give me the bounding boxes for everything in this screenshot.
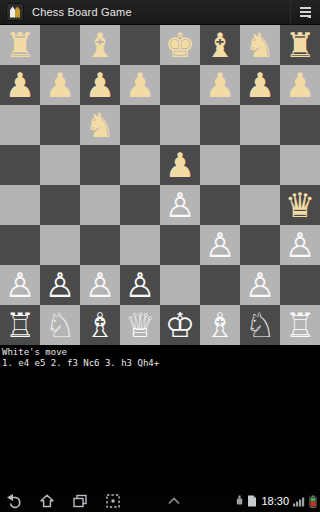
- square-a6[interactable]: [0, 105, 40, 145]
- title-bar: Chess Board Game: [0, 0, 320, 25]
- piece-black-king: ♚: [165, 25, 195, 65]
- chevron-up-icon: [166, 493, 182, 509]
- square-d3[interactable]: [120, 225, 160, 265]
- overflow-menu-button[interactable]: [290, 0, 320, 25]
- square-c3[interactable]: [80, 225, 120, 265]
- move-log: White's move 1. e4 e5 2. f3 Nc6 3. h3 Qh…: [0, 345, 320, 372]
- piece-black-bishop: ♝: [85, 25, 115, 65]
- square-a7[interactable]: ♟: [0, 65, 40, 105]
- square-e1[interactable]: ♔: [160, 305, 200, 345]
- square-a2[interactable]: ♙: [0, 265, 40, 305]
- storage-icon: [247, 495, 257, 507]
- piece-black-pawn: ♟: [285, 65, 315, 105]
- chess-board: ♜♝♚♝♞♜♟♟♟♟♟♟♟♞♟♙♛♙♙♙♙♙♙♙♖♘♗♕♔♗♘♖: [0, 25, 320, 345]
- square-d7[interactable]: ♟: [120, 65, 160, 105]
- square-h8[interactable]: ♜: [280, 25, 320, 65]
- keyboard-hide-button[interactable]: [166, 493, 182, 509]
- recents-button[interactable]: [72, 493, 88, 509]
- square-c2[interactable]: ♙: [80, 265, 120, 305]
- square-c1[interactable]: ♗: [80, 305, 120, 345]
- square-b4[interactable]: [40, 185, 80, 225]
- square-f8[interactable]: ♝: [200, 25, 240, 65]
- overflow-list-icon: [298, 4, 314, 20]
- piece-white-bishop: ♗: [205, 305, 235, 345]
- piece-black-pawn: ♟: [85, 65, 115, 105]
- square-a1[interactable]: ♖: [0, 305, 40, 345]
- signal-bars-icon: [293, 495, 305, 507]
- square-b7[interactable]: ♟: [40, 65, 80, 105]
- square-c5[interactable]: [80, 145, 120, 185]
- piece-white-pawn: ♙: [205, 225, 235, 265]
- piece-black-knight: ♞: [245, 25, 275, 65]
- background-filler: [0, 372, 320, 490]
- square-e2[interactable]: [160, 265, 200, 305]
- piece-white-pawn: ♙: [45, 265, 75, 305]
- square-f2[interactable]: [200, 265, 240, 305]
- piece-white-pawn: ♙: [85, 265, 115, 305]
- square-g7[interactable]: ♟: [240, 65, 280, 105]
- piece-white-bishop: ♗: [85, 305, 115, 345]
- square-f6[interactable]: [200, 105, 240, 145]
- status-icon-cluster: 18:30: [236, 490, 317, 512]
- piece-white-pawn: ♙: [125, 265, 155, 305]
- turn-indicator: White's move: [2, 347, 320, 358]
- square-f1[interactable]: ♗: [200, 305, 240, 345]
- back-button[interactable]: [6, 493, 22, 509]
- piece-black-pawn: ♟: [125, 65, 155, 105]
- square-a3[interactable]: [0, 225, 40, 265]
- square-e6[interactable]: [160, 105, 200, 145]
- battery-icon: [309, 495, 317, 508]
- move-list: 1. e4 e5 2. f3 Nc6 3. h3 Qh4+: [2, 358, 320, 369]
- square-g6[interactable]: [240, 105, 280, 145]
- piece-white-pawn: ♙: [165, 185, 195, 225]
- piece-black-pawn: ♟: [245, 65, 275, 105]
- square-b5[interactable]: [40, 145, 80, 185]
- square-g5[interactable]: [240, 145, 280, 185]
- square-h6[interactable]: [280, 105, 320, 145]
- square-h3[interactable]: ♙: [280, 225, 320, 265]
- home-button[interactable]: [39, 493, 55, 509]
- piece-black-rook: ♜: [5, 25, 35, 65]
- square-d5[interactable]: [120, 145, 160, 185]
- square-g3[interactable]: [240, 225, 280, 265]
- usb-icon: [236, 495, 243, 507]
- square-b3[interactable]: [40, 225, 80, 265]
- square-b1[interactable]: ♘: [40, 305, 80, 345]
- piece-white-pawn: ♙: [5, 265, 35, 305]
- square-b6[interactable]: [40, 105, 80, 145]
- clock: 18:30: [261, 490, 289, 512]
- square-b8[interactable]: [40, 25, 80, 65]
- square-e8[interactable]: ♚: [160, 25, 200, 65]
- square-e7[interactable]: [160, 65, 200, 105]
- piece-white-king: ♔: [165, 305, 195, 345]
- square-h5[interactable]: [280, 145, 320, 185]
- square-d2[interactable]: ♙: [120, 265, 160, 305]
- square-f5[interactable]: [200, 145, 240, 185]
- square-d4[interactable]: [120, 185, 160, 225]
- square-f7[interactable]: ♟: [200, 65, 240, 105]
- piece-black-queen: ♛: [285, 185, 315, 225]
- square-d6[interactable]: [120, 105, 160, 145]
- screenshot-icon: [105, 493, 121, 509]
- square-c8[interactable]: ♝: [80, 25, 120, 65]
- piece-white-pawn: ♙: [285, 225, 315, 265]
- piece-white-knight: ♘: [45, 305, 75, 345]
- square-h7[interactable]: ♟: [280, 65, 320, 105]
- piece-black-knight: ♞: [85, 105, 115, 145]
- square-g4[interactable]: [240, 185, 280, 225]
- square-d8[interactable]: [120, 25, 160, 65]
- square-d1[interactable]: ♕: [120, 305, 160, 345]
- home-icon: [39, 493, 55, 509]
- piece-white-pawn: ♙: [245, 265, 275, 305]
- back-icon: [6, 493, 22, 509]
- piece-white-rook: ♖: [285, 305, 315, 345]
- square-c7[interactable]: ♟: [80, 65, 120, 105]
- piece-black-bishop: ♝: [205, 25, 235, 65]
- square-c6[interactable]: ♞: [80, 105, 120, 145]
- square-e3[interactable]: [160, 225, 200, 265]
- square-h1[interactable]: ♖: [280, 305, 320, 345]
- piece-black-pawn: ♟: [205, 65, 235, 105]
- app-logo-icon: [6, 3, 24, 21]
- square-g2[interactable]: ♙: [240, 265, 280, 305]
- piece-black-pawn: ♟: [45, 65, 75, 105]
- square-e4[interactable]: ♙: [160, 185, 200, 225]
- piece-black-pawn: ♟: [165, 145, 195, 185]
- screenshot-button[interactable]: [105, 493, 121, 509]
- square-c4[interactable]: [80, 185, 120, 225]
- square-f4[interactable]: [200, 185, 240, 225]
- system-navbar: 18:30: [0, 490, 320, 512]
- square-h4[interactable]: ♛: [280, 185, 320, 225]
- piece-white-knight: ♘: [245, 305, 275, 345]
- piece-black-pawn: ♟: [5, 65, 35, 105]
- recents-icon: [72, 493, 88, 509]
- square-g1[interactable]: ♘: [240, 305, 280, 345]
- piece-white-queen: ♕: [125, 305, 155, 345]
- piece-black-rook: ♜: [285, 25, 315, 65]
- square-g8[interactable]: ♞: [240, 25, 280, 65]
- square-f3[interactable]: ♙: [200, 225, 240, 265]
- square-b2[interactable]: ♙: [40, 265, 80, 305]
- piece-white-rook: ♖: [5, 305, 35, 345]
- square-e5[interactable]: ♟: [160, 145, 200, 185]
- page-title: Chess Board Game: [32, 6, 132, 18]
- square-a4[interactable]: [0, 185, 40, 225]
- square-h2[interactable]: [280, 265, 320, 305]
- square-a8[interactable]: ♜: [0, 25, 40, 65]
- square-a5[interactable]: [0, 145, 40, 185]
